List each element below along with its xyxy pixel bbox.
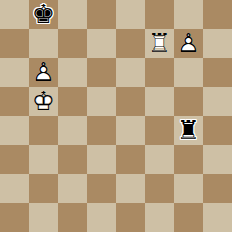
- square-a3[interactable]: [0, 145, 29, 174]
- square-h5[interactable]: [203, 87, 232, 116]
- square-a5[interactable]: [0, 87, 29, 116]
- square-e3[interactable]: [116, 145, 145, 174]
- square-a1[interactable]: [0, 203, 29, 232]
- square-h8[interactable]: [203, 0, 232, 29]
- black-rook-icon: ♜: [174, 116, 203, 145]
- square-c2[interactable]: [58, 174, 87, 203]
- square-d6[interactable]: [87, 58, 116, 87]
- piece-white-pawn-b6[interactable]: ♟♙: [29, 58, 58, 87]
- square-d3[interactable]: [87, 145, 116, 174]
- square-f5[interactable]: [145, 87, 174, 116]
- chess-board: ♚♜♖♟♙♟♙♚♔♜: [0, 0, 232, 232]
- square-h2[interactable]: [203, 174, 232, 203]
- square-h1[interactable]: [203, 203, 232, 232]
- square-f3[interactable]: [145, 145, 174, 174]
- square-e1[interactable]: [116, 203, 145, 232]
- square-b1[interactable]: [29, 203, 58, 232]
- square-g3[interactable]: [174, 145, 203, 174]
- square-e6[interactable]: [116, 58, 145, 87]
- square-f6[interactable]: [145, 58, 174, 87]
- square-g7[interactable]: ♟♙: [174, 29, 203, 58]
- square-b5[interactable]: ♚♔: [29, 87, 58, 116]
- white-pawn-outline-icon: ♙: [174, 29, 203, 58]
- square-g5[interactable]: [174, 87, 203, 116]
- square-g6[interactable]: [174, 58, 203, 87]
- square-d2[interactable]: [87, 174, 116, 203]
- square-f8[interactable]: [145, 0, 174, 29]
- square-d8[interactable]: [87, 0, 116, 29]
- square-c1[interactable]: [58, 203, 87, 232]
- square-e4[interactable]: [116, 116, 145, 145]
- square-b8[interactable]: ♚: [29, 0, 58, 29]
- white-king-outline-icon: ♔: [29, 87, 58, 116]
- piece-white-rook-f7[interactable]: ♜♖: [145, 29, 174, 58]
- square-c5[interactable]: [58, 87, 87, 116]
- square-c4[interactable]: [58, 116, 87, 145]
- piece-white-pawn-g7[interactable]: ♟♙: [174, 29, 203, 58]
- square-c6[interactable]: [58, 58, 87, 87]
- square-h4[interactable]: [203, 116, 232, 145]
- square-e7[interactable]: [116, 29, 145, 58]
- square-c3[interactable]: [58, 145, 87, 174]
- square-d1[interactable]: [87, 203, 116, 232]
- white-pawn-outline-icon: ♙: [29, 58, 58, 87]
- piece-black-king-b8[interactable]: ♚: [29, 0, 58, 29]
- square-h6[interactable]: [203, 58, 232, 87]
- square-a4[interactable]: [0, 116, 29, 145]
- square-g2[interactable]: [174, 174, 203, 203]
- square-h7[interactable]: [203, 29, 232, 58]
- square-a6[interactable]: [0, 58, 29, 87]
- black-king-icon: ♚: [29, 0, 58, 29]
- square-f7[interactable]: ♜♖: [145, 29, 174, 58]
- square-a8[interactable]: [0, 0, 29, 29]
- piece-white-king-b5[interactable]: ♚♔: [29, 87, 58, 116]
- square-d7[interactable]: [87, 29, 116, 58]
- square-e5[interactable]: [116, 87, 145, 116]
- square-b7[interactable]: [29, 29, 58, 58]
- square-c7[interactable]: [58, 29, 87, 58]
- square-h3[interactable]: [203, 145, 232, 174]
- square-b6[interactable]: ♟♙: [29, 58, 58, 87]
- square-a2[interactable]: [0, 174, 29, 203]
- square-g1[interactable]: [174, 203, 203, 232]
- square-g8[interactable]: [174, 0, 203, 29]
- square-e2[interactable]: [116, 174, 145, 203]
- square-b3[interactable]: [29, 145, 58, 174]
- square-c8[interactable]: [58, 0, 87, 29]
- square-a7[interactable]: [0, 29, 29, 58]
- square-e8[interactable]: [116, 0, 145, 29]
- square-f1[interactable]: [145, 203, 174, 232]
- square-d4[interactable]: [87, 116, 116, 145]
- square-b2[interactable]: [29, 174, 58, 203]
- white-rook-outline-icon: ♖: [145, 29, 174, 58]
- square-g4[interactable]: ♜: [174, 116, 203, 145]
- square-b4[interactable]: [29, 116, 58, 145]
- square-f2[interactable]: [145, 174, 174, 203]
- square-d5[interactable]: [87, 87, 116, 116]
- square-f4[interactable]: [145, 116, 174, 145]
- piece-black-rook-g4[interactable]: ♜: [174, 116, 203, 145]
